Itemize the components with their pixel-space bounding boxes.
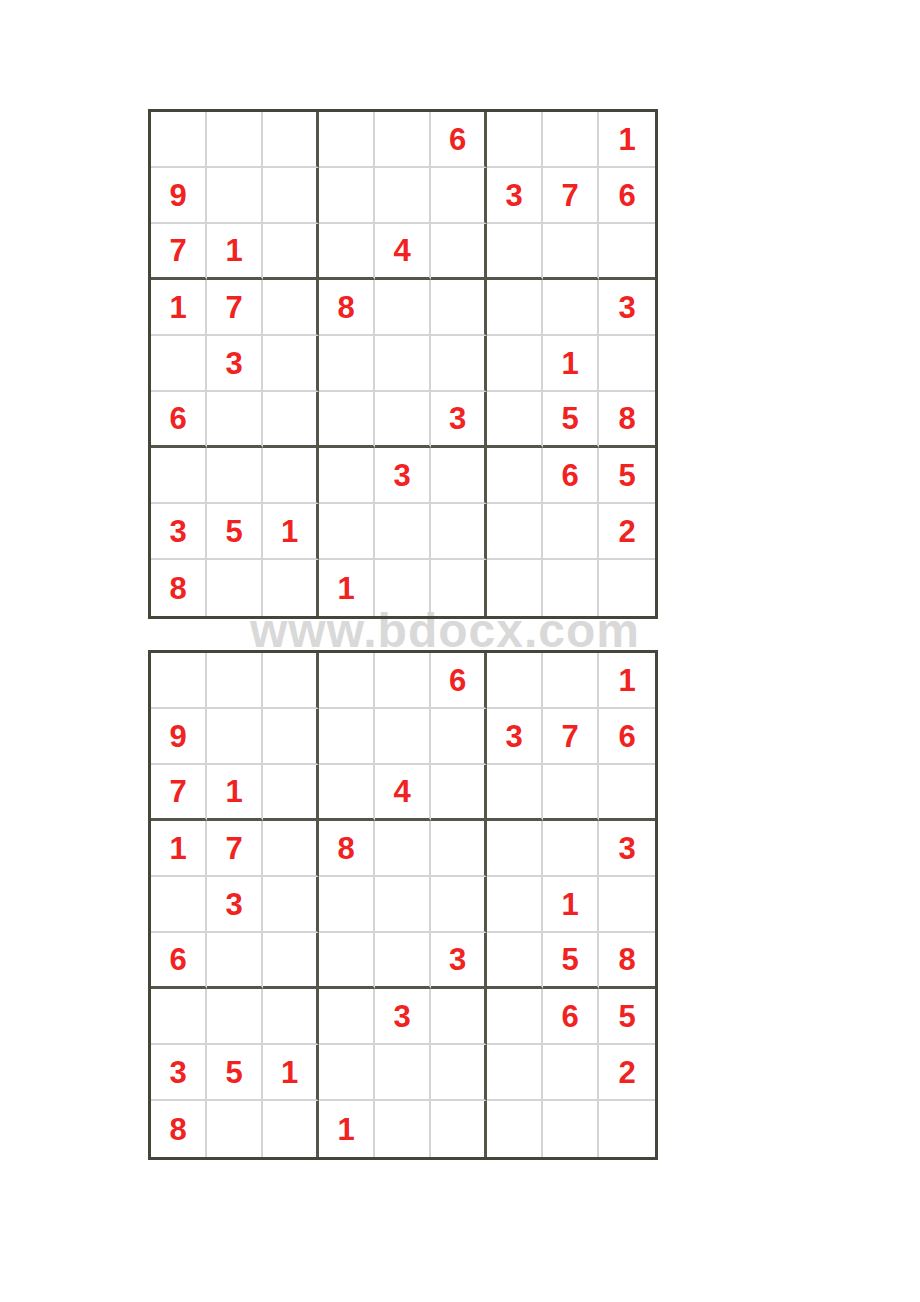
given-digit: 8 <box>337 833 354 864</box>
cell-r3c2: 1 <box>207 765 263 821</box>
cell-r7c1 <box>151 448 207 504</box>
cell-r1c1 <box>151 653 207 709</box>
cell-r2c8: 7 <box>543 709 599 765</box>
given-digit: 6 <box>169 403 186 434</box>
cell-r2c6 <box>431 168 487 224</box>
cell-r1c2 <box>207 112 263 168</box>
cell-r1c4 <box>319 112 375 168</box>
cell-r3c3 <box>263 765 319 821</box>
cell-r4c1: 1 <box>151 280 207 336</box>
cell-r3c5: 4 <box>375 765 431 821</box>
cell-r2c9: 6 <box>599 709 655 765</box>
cell-r5c6 <box>431 336 487 392</box>
cell-r5c8: 1 <box>543 877 599 933</box>
cell-r2c1: 9 <box>151 168 207 224</box>
cell-r8c3: 1 <box>263 504 319 560</box>
cell-r6c8: 5 <box>543 933 599 989</box>
cell-r3c9 <box>599 224 655 280</box>
cell-r8c9: 2 <box>599 1045 655 1101</box>
given-digit: 3 <box>225 348 242 379</box>
cell-r8c7 <box>487 1045 543 1101</box>
cell-r6c3 <box>263 392 319 448</box>
cell-r9c5 <box>375 560 431 616</box>
cell-r5c3 <box>263 877 319 933</box>
cell-r5c5 <box>375 336 431 392</box>
cell-r2c6 <box>431 709 487 765</box>
cell-r8c1: 3 <box>151 504 207 560</box>
cell-r1c4 <box>319 653 375 709</box>
cell-r5c7 <box>487 877 543 933</box>
cell-r9c6 <box>431 1101 487 1157</box>
cell-r6c9: 8 <box>599 933 655 989</box>
cell-r6c2 <box>207 392 263 448</box>
given-digit: 6 <box>561 460 578 491</box>
cell-r2c5 <box>375 168 431 224</box>
cell-r9c9 <box>599 560 655 616</box>
cell-r9c8 <box>543 1101 599 1157</box>
given-digit: 1 <box>225 235 242 266</box>
cell-r7c4 <box>319 448 375 504</box>
cell-r6c5 <box>375 933 431 989</box>
cell-r9c3 <box>263 560 319 616</box>
sudoku-board-bottom: 6193767141783316358365351281 <box>148 650 658 1160</box>
cell-r5c7 <box>487 336 543 392</box>
given-digit: 1 <box>618 124 635 155</box>
cell-r2c9: 6 <box>599 168 655 224</box>
cell-r8c2: 5 <box>207 504 263 560</box>
given-digit: 3 <box>505 180 522 211</box>
given-digit: 1 <box>281 516 298 547</box>
given-digit: 5 <box>225 516 242 547</box>
cell-r1c5 <box>375 653 431 709</box>
given-digit: 9 <box>169 721 186 752</box>
cell-r4c1: 1 <box>151 821 207 877</box>
given-digit: 1 <box>337 1114 354 1145</box>
cell-r1c2 <box>207 653 263 709</box>
given-digit: 8 <box>337 292 354 323</box>
cell-r3c2: 1 <box>207 224 263 280</box>
cell-r7c2 <box>207 448 263 504</box>
given-digit: 6 <box>449 124 466 155</box>
given-digit: 7 <box>169 235 186 266</box>
cell-r2c2 <box>207 168 263 224</box>
cell-r7c6 <box>431 989 487 1045</box>
cell-r9c1: 8 <box>151 560 207 616</box>
given-digit: 1 <box>281 1057 298 1088</box>
cell-r6c1: 6 <box>151 933 207 989</box>
given-digit: 5 <box>618 460 635 491</box>
cell-r5c9 <box>599 336 655 392</box>
given-digit: 7 <box>169 776 186 807</box>
cell-r3c4 <box>319 224 375 280</box>
cell-r2c1: 9 <box>151 709 207 765</box>
cell-r6c4 <box>319 392 375 448</box>
cell-r8c2: 5 <box>207 1045 263 1101</box>
cell-r6c7 <box>487 392 543 448</box>
cell-r6c4 <box>319 933 375 989</box>
cell-r8c8 <box>543 1045 599 1101</box>
page: www.bdocx.com 61937671417833163583653512… <box>0 0 920 1302</box>
cell-r6c8: 5 <box>543 392 599 448</box>
cell-r6c6: 3 <box>431 392 487 448</box>
cell-r6c2 <box>207 933 263 989</box>
given-digit: 7 <box>561 721 578 752</box>
cell-r4c3 <box>263 280 319 336</box>
cell-r8c1: 3 <box>151 1045 207 1101</box>
cell-r3c9 <box>599 765 655 821</box>
cell-r7c8: 6 <box>543 989 599 1045</box>
cell-r4c9: 3 <box>599 821 655 877</box>
cell-r5c8: 1 <box>543 336 599 392</box>
cell-r3c6 <box>431 765 487 821</box>
given-digit: 3 <box>169 516 186 547</box>
cell-r3c7 <box>487 224 543 280</box>
cell-r9c5 <box>375 1101 431 1157</box>
given-digit: 7 <box>225 292 242 323</box>
given-digit: 9 <box>169 180 186 211</box>
cell-r9c4: 1 <box>319 1101 375 1157</box>
cell-r3c7 <box>487 765 543 821</box>
given-digit: 8 <box>618 944 635 975</box>
cell-r3c8 <box>543 224 599 280</box>
given-digit: 1 <box>618 665 635 696</box>
given-digit: 6 <box>618 180 635 211</box>
cell-r7c7 <box>487 448 543 504</box>
given-digit: 1 <box>561 889 578 920</box>
cell-r7c9: 5 <box>599 989 655 1045</box>
given-digit: 2 <box>618 1057 635 1088</box>
cell-r9c2 <box>207 1101 263 1157</box>
cell-r1c6: 6 <box>431 653 487 709</box>
given-digit: 1 <box>225 776 242 807</box>
cell-r3c4 <box>319 765 375 821</box>
cell-r9c8 <box>543 560 599 616</box>
cell-r3c1: 7 <box>151 765 207 821</box>
given-digit: 1 <box>169 833 186 864</box>
cell-r4c7 <box>487 821 543 877</box>
cell-r5c2: 3 <box>207 877 263 933</box>
cell-r1c1 <box>151 112 207 168</box>
cell-r1c8 <box>543 653 599 709</box>
given-digit: 7 <box>561 180 578 211</box>
cell-r5c4 <box>319 877 375 933</box>
given-digit: 4 <box>393 776 410 807</box>
given-digit: 2 <box>618 516 635 547</box>
given-digit: 3 <box>618 292 635 323</box>
cell-r7c5: 3 <box>375 448 431 504</box>
cell-r8c6 <box>431 1045 487 1101</box>
cell-r1c3 <box>263 112 319 168</box>
cell-r2c8: 7 <box>543 168 599 224</box>
cell-r4c8 <box>543 280 599 336</box>
cell-r7c3 <box>263 989 319 1045</box>
cell-r4c9: 3 <box>599 280 655 336</box>
cell-r5c4 <box>319 336 375 392</box>
given-digit: 3 <box>393 460 410 491</box>
given-digit: 5 <box>618 1001 635 1032</box>
given-digit: 5 <box>561 403 578 434</box>
cell-r9c1: 8 <box>151 1101 207 1157</box>
cell-r1c9: 1 <box>599 112 655 168</box>
cell-r6c7 <box>487 933 543 989</box>
given-digit: 6 <box>169 944 186 975</box>
cell-r5c9 <box>599 877 655 933</box>
given-digit: 3 <box>505 721 522 752</box>
cell-r7c8: 6 <box>543 448 599 504</box>
cell-r9c7 <box>487 560 543 616</box>
cell-r3c8 <box>543 765 599 821</box>
given-digit: 6 <box>561 1001 578 1032</box>
given-digit: 7 <box>225 833 242 864</box>
cell-r8c4 <box>319 504 375 560</box>
cell-r2c2 <box>207 709 263 765</box>
cell-r4c8 <box>543 821 599 877</box>
cell-r2c4 <box>319 168 375 224</box>
cell-r2c7: 3 <box>487 168 543 224</box>
cell-r1c8 <box>543 112 599 168</box>
cell-r5c5 <box>375 877 431 933</box>
cell-r1c7 <box>487 653 543 709</box>
cell-r9c4: 1 <box>319 560 375 616</box>
cell-r4c4: 8 <box>319 280 375 336</box>
cell-r8c6 <box>431 504 487 560</box>
cell-r5c1 <box>151 877 207 933</box>
cell-r4c3 <box>263 821 319 877</box>
cell-r4c6 <box>431 821 487 877</box>
cell-r6c3 <box>263 933 319 989</box>
cell-r4c4: 8 <box>319 821 375 877</box>
given-digit: 8 <box>618 403 635 434</box>
given-digit: 5 <box>225 1057 242 1088</box>
cell-r7c4 <box>319 989 375 1045</box>
cell-r9c7 <box>487 1101 543 1157</box>
cell-r8c9: 2 <box>599 504 655 560</box>
cell-r8c4 <box>319 1045 375 1101</box>
cell-r6c5 <box>375 392 431 448</box>
cell-r3c5: 4 <box>375 224 431 280</box>
cell-r7c9: 5 <box>599 448 655 504</box>
given-digit: 3 <box>449 403 466 434</box>
given-digit: 5 <box>561 944 578 975</box>
given-digit: 3 <box>225 889 242 920</box>
cell-r5c2: 3 <box>207 336 263 392</box>
given-digit: 6 <box>449 665 466 696</box>
cell-r7c6 <box>431 448 487 504</box>
cell-r8c5 <box>375 504 431 560</box>
given-digit: 8 <box>169 1114 186 1145</box>
cell-r5c1 <box>151 336 207 392</box>
cell-r9c3 <box>263 1101 319 1157</box>
given-digit: 8 <box>169 573 186 604</box>
given-digit: 1 <box>169 292 186 323</box>
cell-r1c9: 1 <box>599 653 655 709</box>
given-digit: 3 <box>618 833 635 864</box>
cell-r8c8 <box>543 504 599 560</box>
cell-r4c5 <box>375 280 431 336</box>
given-digit: 3 <box>393 1001 410 1032</box>
given-digit: 4 <box>393 235 410 266</box>
cell-r4c2: 7 <box>207 821 263 877</box>
cell-r2c5 <box>375 709 431 765</box>
cell-r7c3 <box>263 448 319 504</box>
cell-r4c6 <box>431 280 487 336</box>
cell-r5c6 <box>431 877 487 933</box>
given-digit: 1 <box>561 348 578 379</box>
cell-r6c9: 8 <box>599 392 655 448</box>
given-digit: 6 <box>618 721 635 752</box>
cell-r7c7 <box>487 989 543 1045</box>
cell-r9c9 <box>599 1101 655 1157</box>
cell-r3c3 <box>263 224 319 280</box>
given-digit: 3 <box>449 944 466 975</box>
cell-r5c3 <box>263 336 319 392</box>
given-digit: 1 <box>337 573 354 604</box>
cell-r3c6 <box>431 224 487 280</box>
cell-r1c6: 6 <box>431 112 487 168</box>
cell-r1c5 <box>375 112 431 168</box>
cell-r2c7: 3 <box>487 709 543 765</box>
cell-r1c7 <box>487 112 543 168</box>
sudoku-board-top: 6193767141783316358365351281 <box>148 109 658 619</box>
cell-r9c6 <box>431 560 487 616</box>
cell-r7c5: 3 <box>375 989 431 1045</box>
cell-r3c1: 7 <box>151 224 207 280</box>
cell-r7c1 <box>151 989 207 1045</box>
cell-r1c3 <box>263 653 319 709</box>
cell-r2c3 <box>263 709 319 765</box>
cell-r7c2 <box>207 989 263 1045</box>
cell-r2c4 <box>319 709 375 765</box>
cell-r4c7 <box>487 280 543 336</box>
cell-r9c2 <box>207 560 263 616</box>
given-digit: 3 <box>169 1057 186 1088</box>
cell-r8c7 <box>487 504 543 560</box>
cell-r2c3 <box>263 168 319 224</box>
cell-r6c1: 6 <box>151 392 207 448</box>
cell-r6c6: 3 <box>431 933 487 989</box>
cell-r4c2: 7 <box>207 280 263 336</box>
cell-r8c5 <box>375 1045 431 1101</box>
cell-r8c3: 1 <box>263 1045 319 1101</box>
cell-r4c5 <box>375 821 431 877</box>
